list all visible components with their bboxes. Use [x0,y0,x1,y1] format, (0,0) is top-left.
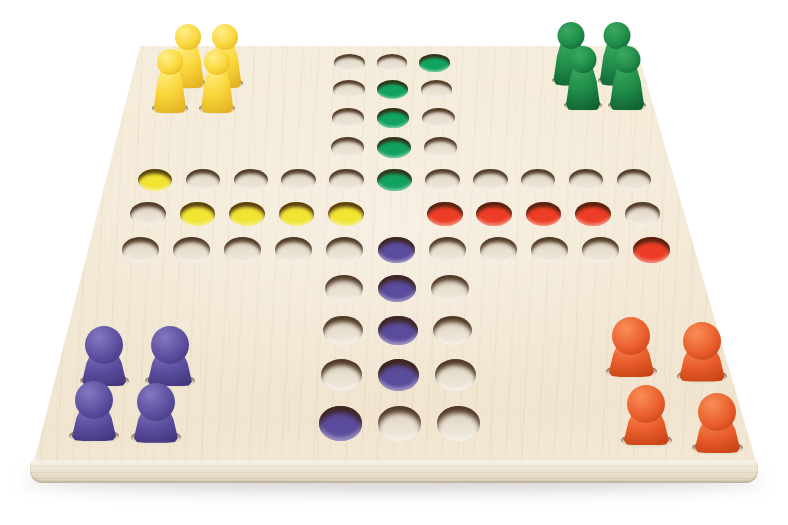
pawn-head [157,49,183,75]
hole-r5-c8[interactable] [473,169,508,191]
hole-r11-c5[interactable] [319,406,362,440]
hole-r6-c7[interactable] [427,202,463,226]
hole-r7-c11[interactable] [633,237,670,263]
hole-r5-c5[interactable] [329,169,364,191]
hole-r6-c2[interactable] [180,202,216,226]
hole-r9-c5[interactable] [323,316,363,345]
hole-r5-c10[interactable] [569,169,604,191]
pawn-head [683,322,721,360]
pawn-orange-3[interactable] [624,385,669,445]
hole-r7-c3[interactable] [224,237,261,263]
pawn-yellow-3[interactable] [154,49,186,113]
hole-r10-c6[interactable] [378,359,419,391]
pawn-head [137,383,175,421]
pawn-head [627,385,665,423]
hole-r7-c10[interactable] [582,237,619,263]
hole-r6-c8[interactable] [476,202,512,226]
hole-r10-c7[interactable] [435,359,476,391]
hole-r6-c3[interactable] [229,202,265,226]
hole-r6-c9[interactable] [526,202,562,226]
hole-r7-c2[interactable] [173,237,210,263]
hole-r2-c7[interactable] [421,80,453,99]
hole-r7-c1[interactable] [122,237,159,263]
pawn-head [557,22,584,49]
pawn-head [151,326,189,364]
hole-r6-c1[interactable] [130,202,166,226]
hole-r7-c9[interactable] [531,237,568,263]
hole-r9-c6[interactable] [378,316,418,345]
hole-r6-c4[interactable] [279,202,315,226]
pawn-purple-3[interactable] [72,381,116,441]
hole-r6-c10[interactable] [575,202,611,226]
hole-r9-c7[interactable] [433,316,473,345]
pawn-head [85,326,123,364]
hole-r11-c6[interactable] [378,406,421,440]
pawn-head [698,393,736,431]
pawn-head [175,24,201,50]
hole-r1-c7[interactable] [419,54,450,72]
hole-r3-c7[interactable] [422,108,455,128]
hole-r7-c7[interactable] [429,237,466,263]
pawn-green-3[interactable] [566,46,600,110]
hole-r11-c7[interactable] [437,406,480,440]
hole-r5-c2[interactable] [186,169,221,191]
board-front-edge [30,460,758,483]
pawn-orange-1[interactable] [609,317,654,377]
hole-r5-c6[interactable] [377,169,412,191]
hole-r10-c5[interactable] [321,359,362,391]
pawn-head [614,46,641,73]
hole-r5-c11[interactable] [617,169,652,191]
hole-r5-c7[interactable] [425,169,460,191]
hole-r7-c5[interactable] [326,237,363,263]
hole-r3-c6[interactable] [377,108,410,128]
pawn-head [75,381,113,419]
pawn-purple-2[interactable] [148,326,192,386]
pawn-head [570,46,597,73]
hole-r7-c6[interactable] [378,237,415,263]
pawn-yellow-4[interactable] [201,49,233,113]
ludo-scene [0,0,788,525]
pawn-purple-1[interactable] [82,326,126,386]
pawn-head [612,317,650,355]
hole-r6-c5[interactable] [328,202,364,226]
pawn-head [204,49,230,75]
pawn-head [212,24,238,50]
pawn-purple-4[interactable] [134,383,178,443]
pawn-orange-4[interactable] [695,393,740,453]
hole-r6-c11[interactable] [625,202,661,226]
hole-r1-c6[interactable] [377,54,408,72]
pawn-green-4[interactable] [610,46,644,110]
pawn-orange-2[interactable] [680,322,725,382]
hole-r5-c4[interactable] [281,169,316,191]
pawn-head [604,22,631,49]
hole-r7-c4[interactable] [275,237,312,263]
hole-r2-c5[interactable] [333,80,365,99]
hole-r1-c5[interactable] [334,54,365,72]
hole-r3-c5[interactable] [332,108,365,128]
hole-r5-c3[interactable] [234,169,269,191]
hole-r7-c8[interactable] [480,237,517,263]
